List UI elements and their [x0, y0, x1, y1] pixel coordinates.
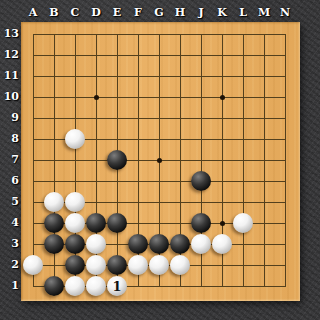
- column-label: C: [65, 5, 85, 21]
- column-label: B: [44, 5, 64, 21]
- column-label: J: [191, 5, 211, 21]
- star-point: [94, 95, 99, 100]
- row-label: 8: [0, 131, 19, 147]
- black-stone[interactable]: [44, 276, 64, 296]
- row-label: 7: [0, 152, 19, 168]
- column-label: K: [212, 5, 232, 21]
- column-label: G: [149, 5, 169, 21]
- column-label: L: [233, 5, 253, 21]
- black-stone[interactable]: [191, 213, 211, 233]
- move-number-label: 1: [112, 279, 121, 292]
- column-label: F: [128, 5, 148, 21]
- row-label: 4: [0, 215, 19, 231]
- column-label: H: [170, 5, 190, 21]
- white-stone[interactable]: [65, 192, 85, 212]
- go-board[interactable]: 1: [21, 22, 300, 301]
- black-stone[interactable]: [128, 234, 148, 254]
- row-label: 6: [0, 173, 19, 189]
- star-point: [220, 221, 225, 226]
- white-stone[interactable]: [233, 213, 253, 233]
- row-label: 12: [0, 47, 19, 63]
- white-stone[interactable]: [65, 129, 85, 149]
- black-stone[interactable]: [149, 234, 169, 254]
- black-stone[interactable]: [107, 213, 127, 233]
- black-stone[interactable]: [107, 255, 127, 275]
- white-stone[interactable]: [128, 255, 148, 275]
- black-stone[interactable]: [191, 171, 211, 191]
- row-label: 2: [0, 257, 19, 273]
- column-label: A: [23, 5, 43, 21]
- black-stone[interactable]: [65, 234, 85, 254]
- black-stone[interactable]: [44, 213, 64, 233]
- black-stone[interactable]: [44, 234, 64, 254]
- row-label: 9: [0, 110, 19, 126]
- black-stone[interactable]: [170, 234, 190, 254]
- row-label: 10: [0, 89, 19, 105]
- white-stone[interactable]: [44, 192, 64, 212]
- white-stone[interactable]: 1: [107, 276, 127, 296]
- black-stone[interactable]: [86, 213, 106, 233]
- white-stone[interactable]: [191, 234, 211, 254]
- white-stone[interactable]: [65, 276, 85, 296]
- white-stone[interactable]: [65, 213, 85, 233]
- white-stone[interactable]: [86, 234, 106, 254]
- column-label: E: [107, 5, 127, 21]
- star-point: [220, 95, 225, 100]
- black-stone[interactable]: [107, 150, 127, 170]
- row-label: 11: [0, 68, 19, 84]
- white-stone[interactable]: [23, 255, 43, 275]
- white-stone[interactable]: [149, 255, 169, 275]
- row-label: 5: [0, 194, 19, 210]
- column-label: M: [254, 5, 274, 21]
- row-label: 3: [0, 236, 19, 252]
- white-stone[interactable]: [86, 276, 106, 296]
- black-stone[interactable]: [65, 255, 85, 275]
- star-point: [157, 158, 162, 163]
- grid[interactable]: 1: [33, 34, 286, 287]
- white-stone[interactable]: [170, 255, 190, 275]
- go-diagram: 1 ABCDEFGHJKLMN13121110987654321: [0, 0, 320, 320]
- row-label: 13: [0, 26, 19, 42]
- white-stone[interactable]: [212, 234, 232, 254]
- column-label: D: [86, 5, 106, 21]
- white-stone[interactable]: [86, 255, 106, 275]
- column-label: N: [275, 5, 295, 21]
- row-label: 1: [0, 278, 19, 294]
